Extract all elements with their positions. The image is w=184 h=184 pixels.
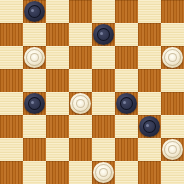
square-b8[interactable] (23, 0, 46, 23)
piece-white-man[interactable] (93, 162, 114, 183)
square-h5[interactable] (161, 69, 184, 92)
piece-white-man[interactable] (162, 139, 183, 160)
square-g3[interactable] (138, 115, 161, 138)
square-c1[interactable] (46, 161, 69, 184)
square-e7[interactable] (92, 23, 115, 46)
square-d5[interactable] (69, 69, 92, 92)
square-d1[interactable] (69, 161, 92, 184)
square-f3[interactable] (115, 115, 138, 138)
square-c6[interactable] (46, 46, 69, 69)
square-e2[interactable] (92, 138, 115, 161)
square-a4[interactable] (0, 92, 23, 115)
square-h6[interactable] (161, 46, 184, 69)
square-c8[interactable] (46, 0, 69, 23)
square-c3[interactable] (46, 115, 69, 138)
square-b3[interactable] (23, 115, 46, 138)
square-c2[interactable] (46, 138, 69, 161)
square-e5[interactable] (92, 69, 115, 92)
square-h3[interactable] (161, 115, 184, 138)
square-a6[interactable] (0, 46, 23, 69)
square-b6[interactable] (23, 46, 46, 69)
square-d7[interactable] (69, 23, 92, 46)
square-f5[interactable] (115, 69, 138, 92)
square-f7[interactable] (115, 23, 138, 46)
square-a8[interactable] (0, 0, 23, 23)
square-h8[interactable] (161, 0, 184, 23)
square-h1[interactable] (161, 161, 184, 184)
piece-dark-man[interactable] (24, 1, 45, 22)
square-h4[interactable] (161, 92, 184, 115)
square-f4[interactable] (115, 92, 138, 115)
piece-dark-man[interactable] (24, 93, 45, 114)
square-f8[interactable] (115, 0, 138, 23)
square-d4[interactable] (69, 92, 92, 115)
square-b1[interactable] (23, 161, 46, 184)
square-f6[interactable] (115, 46, 138, 69)
square-b7[interactable] (23, 23, 46, 46)
square-g6[interactable] (138, 46, 161, 69)
square-c5[interactable] (46, 69, 69, 92)
square-d8[interactable] (69, 0, 92, 23)
square-e6[interactable] (92, 46, 115, 69)
square-e8[interactable] (92, 0, 115, 23)
square-g4[interactable] (138, 92, 161, 115)
square-g7[interactable] (138, 23, 161, 46)
square-c7[interactable] (46, 23, 69, 46)
square-h7[interactable] (161, 23, 184, 46)
piece-white-man[interactable] (162, 47, 183, 68)
square-a7[interactable] (0, 23, 23, 46)
piece-dark-man[interactable] (139, 116, 160, 137)
square-a5[interactable] (0, 69, 23, 92)
square-e4[interactable] (92, 92, 115, 115)
square-e1[interactable] (92, 161, 115, 184)
square-g2[interactable] (138, 138, 161, 161)
square-g8[interactable] (138, 0, 161, 23)
square-a1[interactable] (0, 161, 23, 184)
square-b2[interactable] (23, 138, 46, 161)
piece-white-man[interactable] (70, 93, 91, 114)
piece-dark-man[interactable] (93, 24, 114, 45)
square-g1[interactable] (138, 161, 161, 184)
square-h2[interactable] (161, 138, 184, 161)
square-g5[interactable] (138, 69, 161, 92)
piece-dark-man[interactable] (116, 93, 137, 114)
square-c4[interactable] (46, 92, 69, 115)
square-e3[interactable] (92, 115, 115, 138)
piece-white-man[interactable] (24, 47, 45, 68)
square-d3[interactable] (69, 115, 92, 138)
square-b4[interactable] (23, 92, 46, 115)
square-d2[interactable] (69, 138, 92, 161)
square-a2[interactable] (0, 138, 23, 161)
square-d6[interactable] (69, 46, 92, 69)
square-f2[interactable] (115, 138, 138, 161)
square-a3[interactable] (0, 115, 23, 138)
square-f1[interactable] (115, 161, 138, 184)
square-b5[interactable] (23, 69, 46, 92)
checkers-board (0, 0, 184, 184)
